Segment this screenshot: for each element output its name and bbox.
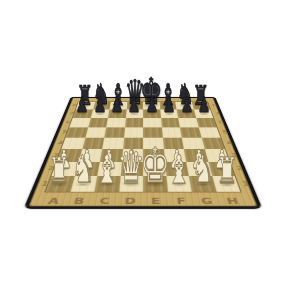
piece-black-pawn-g7[interactable]: ♟ <box>180 97 193 115</box>
file-label-a: A <box>38 195 68 208</box>
square-c6[interactable] <box>106 118 125 127</box>
piece-black-pawn-d7[interactable]: ♟ <box>128 97 141 115</box>
piece-white-knight-b1[interactable]: ♞ <box>72 154 95 186</box>
square-e6[interactable] <box>143 118 161 127</box>
square-b5[interactable] <box>85 127 106 137</box>
file-label-b: B <box>65 195 94 208</box>
piece-white-rook-h1[interactable]: ♜ <box>216 155 238 185</box>
piece-black-pawn-c7[interactable]: ♟ <box>110 97 123 115</box>
piece-white-bishop-c1[interactable]: ♝ <box>95 153 119 186</box>
file-label-f: F <box>168 195 195 208</box>
piece-black-pawn-a7[interactable]: ♟ <box>76 97 89 115</box>
piece-white-king-e1[interactable]: ♚ <box>140 145 170 186</box>
file-label-c: C <box>91 195 118 208</box>
piece-black-pawn-b7[interactable]: ♟ <box>93 97 106 115</box>
piece-black-pawn-h7[interactable]: ♟ <box>197 97 210 115</box>
piece-white-rook-a1[interactable]: ♜ <box>48 155 70 185</box>
file-label-e: E <box>143 195 169 208</box>
pieces-layer: ♜♞♝♛♚♝♞♜♟♟♟♟♟♟♟♟♟♟♟♟♟♟♟♟♜♞♝♛♚♝♞♜ <box>0 0 286 286</box>
file-label-g: G <box>193 195 222 208</box>
square-h6[interactable] <box>196 118 217 127</box>
piece-white-knight-g1[interactable]: ♞ <box>191 154 214 186</box>
rank-label-right-8: 8 <box>209 101 220 109</box>
file-label-d: D <box>117 195 143 208</box>
square-d6[interactable] <box>125 118 143 127</box>
file-label-h: H <box>218 195 248 208</box>
piece-white-bishop-f1[interactable]: ♝ <box>167 153 191 186</box>
square-f6[interactable] <box>161 118 180 127</box>
square-c5[interactable] <box>104 127 124 137</box>
square-h5[interactable] <box>198 127 220 137</box>
square-b6[interactable] <box>88 118 108 127</box>
piece-black-pawn-e7[interactable]: ♟ <box>145 97 158 115</box>
piece-black-pawn-f7[interactable]: ♟ <box>163 97 176 115</box>
chess-scene: ABCDEFGH 1122334455667788 ♜♞♝♛♚♝♞♜♟♟♟♟♟♟… <box>0 0 286 286</box>
